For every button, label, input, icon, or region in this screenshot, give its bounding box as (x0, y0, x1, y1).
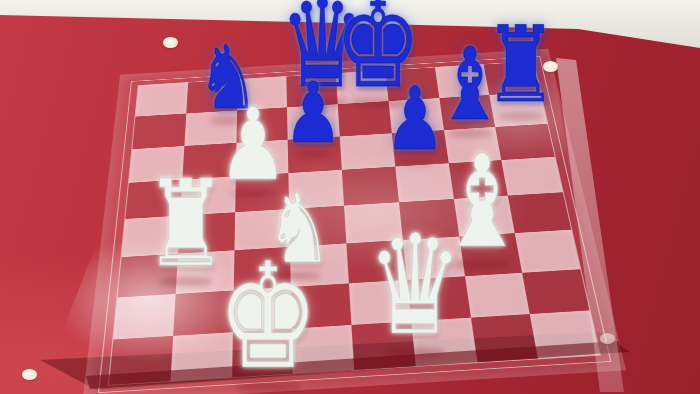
board-foot-3 (22, 369, 37, 380)
square-g1[interactable] (470, 314, 538, 362)
chess-piece-white-king-d1[interactable]: ♚ (217, 243, 319, 389)
square-a8[interactable] (136, 83, 188, 117)
chess-piece-black-bishop-g7[interactable]: ♝ (435, 35, 505, 135)
chess-piece-white-rook-b3[interactable]: ♜ (144, 164, 228, 284)
square-g2[interactable] (464, 272, 530, 317)
square-a2[interactable] (113, 294, 175, 340)
square-a7[interactable] (132, 113, 186, 149)
board-foot-4 (600, 333, 615, 344)
photo-glass-chess-set: { "game": "chess", "scene": { "descripti… (0, 0, 700, 394)
square-e5[interactable] (342, 167, 399, 206)
chess-piece-black-pawn-c6[interactable]: ♟ (284, 71, 343, 155)
square-h2[interactable] (522, 269, 589, 314)
chess-piece-white-queen-f2[interactable]: ♛ (367, 217, 464, 355)
square-h1[interactable] (530, 311, 600, 359)
square-a1[interactable] (109, 336, 173, 385)
board-foot-1 (163, 37, 178, 48)
